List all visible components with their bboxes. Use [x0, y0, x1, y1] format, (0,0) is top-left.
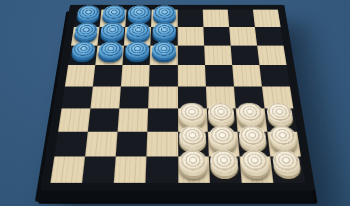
- board-square-r4c8[interactable]: [259, 65, 290, 86]
- board-square-r4c5[interactable]: [177, 65, 205, 86]
- board-square-r2c8[interactable]: [255, 27, 284, 46]
- board-square-r8c8[interactable]: [270, 156, 305, 182]
- blue-checker[interactable]: [100, 23, 124, 39]
- board-square-r8c6[interactable]: [208, 156, 241, 182]
- board-square-r8c7[interactable]: [239, 156, 273, 182]
- board-square-r3c5[interactable]: [177, 46, 204, 66]
- blue-checker[interactable]: [76, 5, 100, 20]
- board-square-r4c2[interactable]: [93, 65, 123, 86]
- board-square-r4c4[interactable]: [149, 65, 177, 86]
- board-square-r6c3[interactable]: [118, 108, 149, 131]
- white-checker[interactable]: [179, 150, 207, 173]
- board-square-r1c5[interactable]: [177, 10, 203, 28]
- board-square-r1c7[interactable]: [228, 10, 255, 28]
- board-square-r3c6[interactable]: [204, 46, 232, 66]
- board-square-r6c1[interactable]: [58, 108, 90, 131]
- white-checker[interactable]: [179, 103, 205, 123]
- blue-checker[interactable]: [71, 41, 97, 58]
- white-checker[interactable]: [209, 126, 237, 147]
- board-square-r3c8[interactable]: [257, 46, 287, 66]
- blue-checker[interactable]: [153, 23, 176, 39]
- board-square-r4c3[interactable]: [121, 65, 150, 86]
- blue-checker[interactable]: [102, 5, 126, 20]
- board-square-r7c4[interactable]: [147, 132, 178, 157]
- blue-checker[interactable]: [126, 23, 150, 39]
- board-square-r4c6[interactable]: [205, 65, 234, 86]
- board-square-r6c4[interactable]: [148, 108, 178, 131]
- blue-checker[interactable]: [125, 41, 149, 58]
- board-square-r4c1[interactable]: [65, 65, 95, 86]
- white-checker[interactable]: [179, 126, 206, 147]
- white-checker[interactable]: [208, 103, 235, 123]
- board-square-r3c3[interactable]: [123, 46, 151, 66]
- board-square-r8c5[interactable]: [178, 156, 210, 182]
- board-square-r5c4[interactable]: [149, 86, 178, 108]
- board-square-r6c2[interactable]: [88, 108, 120, 131]
- board-square-r3c1[interactable]: [68, 46, 98, 66]
- board-square-r4c7[interactable]: [232, 65, 262, 86]
- board-square-r8c4[interactable]: [146, 156, 178, 182]
- blue-checker[interactable]: [127, 5, 150, 20]
- checkers-board-frame: [40, 5, 315, 191]
- board-square-r8c1[interactable]: [50, 156, 85, 182]
- board-square-r3c2[interactable]: [95, 46, 124, 66]
- board-square-r2c7[interactable]: [229, 27, 257, 46]
- board-square-r5c3[interactable]: [120, 86, 150, 108]
- board-square-r8c2[interactable]: [82, 156, 116, 182]
- perspective-wrapper: [0, 0, 350, 206]
- board-square-r5c2[interactable]: [91, 86, 122, 108]
- board-square-r7c2[interactable]: [85, 132, 118, 157]
- blue-checker[interactable]: [153, 5, 176, 20]
- blue-checker[interactable]: [74, 23, 99, 39]
- board-square-r7c1[interactable]: [54, 132, 88, 157]
- board-square-r5c1[interactable]: [62, 86, 93, 108]
- board-square-r2c6[interactable]: [203, 27, 230, 46]
- scene-background: [0, 0, 350, 206]
- blue-checker[interactable]: [152, 41, 176, 58]
- board-square-r1c6[interactable]: [202, 10, 229, 28]
- white-checker[interactable]: [210, 150, 239, 173]
- board-square-r3c7[interactable]: [230, 46, 259, 66]
- board-square-r2c5[interactable]: [177, 27, 204, 46]
- blue-checker[interactable]: [98, 41, 123, 58]
- board-square-r1c8[interactable]: [253, 10, 281, 28]
- board-square-r3c4[interactable]: [150, 46, 177, 66]
- board-grid: [50, 10, 305, 183]
- board-square-r8c3[interactable]: [114, 156, 147, 182]
- board-square-r7c3[interactable]: [116, 132, 148, 157]
